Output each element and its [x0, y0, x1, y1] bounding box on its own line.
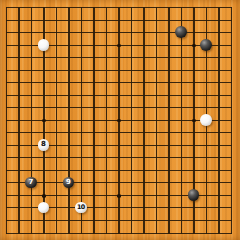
white-stone-D16	[38, 39, 50, 51]
move-number-label: 8	[41, 141, 46, 148]
black-stone-F5-move-9: 9	[63, 177, 75, 189]
white-stone-R10	[200, 114, 212, 126]
black-stone-P17	[175, 26, 187, 38]
stones-layer: 78910	[0, 1, 237, 239]
move-number-label: 9	[66, 179, 71, 186]
white-stone-D8-move-8: 8	[38, 139, 50, 151]
white-stone-G3-move-10: 10	[75, 202, 87, 214]
black-stone-Q4	[188, 189, 200, 201]
move-number-label: 7	[29, 179, 34, 186]
go-board[interactable]: 78910	[0, 0, 240, 240]
black-stone-R16	[200, 39, 212, 51]
white-stone-D3	[38, 202, 50, 214]
move-number-label: 10	[77, 204, 85, 210]
black-stone-C5-move-7: 7	[25, 177, 37, 189]
